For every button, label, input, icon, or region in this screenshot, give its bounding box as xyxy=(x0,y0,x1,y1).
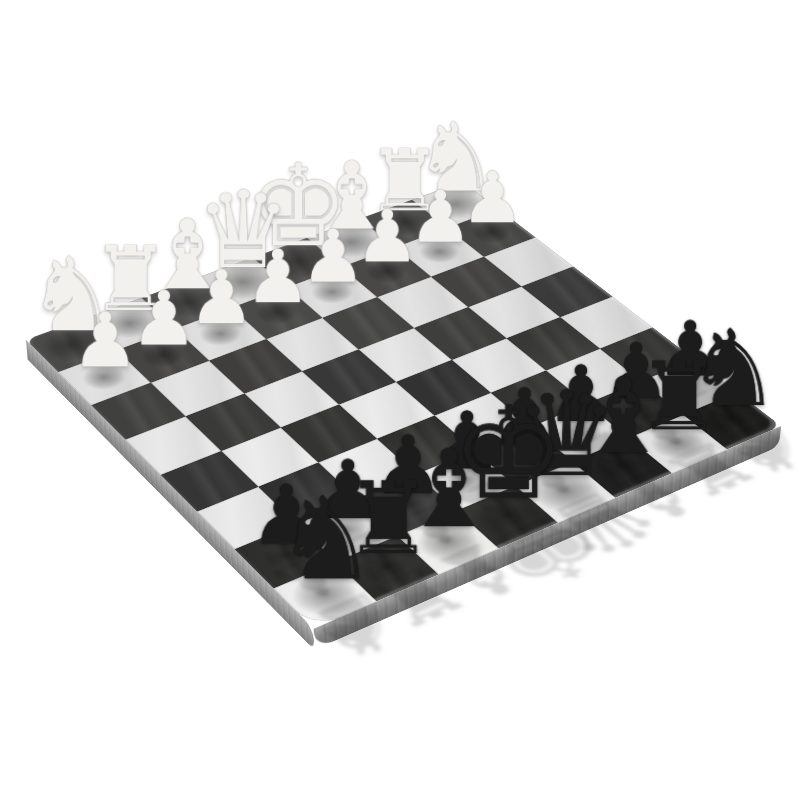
black-knight-icon: ♞ xyxy=(275,482,378,596)
chess-set-product-photo: ♞♜♝♛♚♝♜♞♟♟♟♟♟♟♟♟♟♟♟♟♟♟♟♟♟♟♟♟♟♟♟♟♞♞♜♜♝♝♚♚… xyxy=(0,0,800,800)
perspective-camera: ♞♜♝♛♚♝♜♞♟♟♟♟♟♟♟♟♟♟♟♟♟♟♟♟♟♟♟♟♟♟♟♟♞♞♜♜♝♝♚♚… xyxy=(0,0,800,800)
chess-board: ♞♜♝♛♚♝♜♞♟♟♟♟♟♟♟♟♟♟♟♟♟♟♟♟♟♟♟♟♟♟♟♟♞♞♜♜♝♝♚♚… xyxy=(26,181,781,628)
